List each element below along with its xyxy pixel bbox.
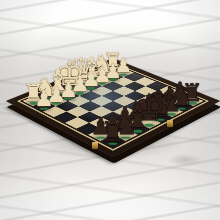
brass-latch-right xyxy=(167,120,173,127)
pieces-layer: ♜♟♞♟♝♟♛♟♚♟♝♟♟♞♜♟♟♜♞♟♟♝♟♛♟♚♟♝♟♞♟♜ xyxy=(0,0,220,220)
chess-set-photo: ♜♟♞♟♝♟♛♟♚♟♝♟♟♞♜♟♟♜♞♟♟♝♟♛♟♚♟♝♟♞♟♜ xyxy=(0,0,220,220)
black-rook[interactable]: ♜ xyxy=(101,118,125,145)
brass-latch-left xyxy=(92,142,98,149)
white-pawn[interactable]: ♟ xyxy=(34,88,54,110)
